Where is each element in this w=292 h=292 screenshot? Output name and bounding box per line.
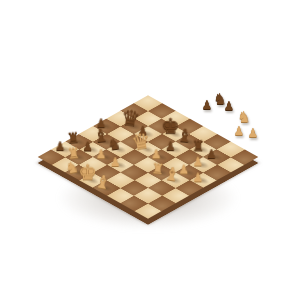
product-photo-stage: ♚♝♜♟♛♟♟♟♟♛♟♟♟♝♞♜♝♜♟♟♟♟♜♞♚♝ ♟♞♟ ♞♟♟ — [0, 0, 292, 292]
piece-light-bishop[interactable]: ♝ — [92, 171, 114, 192]
piece-light-pawn[interactable]: ♟ — [188, 171, 208, 183]
piece-light-bishop[interactable]: ♝ — [161, 164, 183, 185]
captured-light-pawn: ♟ — [245, 127, 261, 139]
piece-light-pawn[interactable]: ♟ — [147, 148, 167, 160]
captured-light-knight: ♞ — [236, 110, 252, 125]
captured-dark-pawn: ♟ — [221, 100, 237, 112]
piece-light-pawn[interactable]: ♟ — [105, 156, 125, 168]
